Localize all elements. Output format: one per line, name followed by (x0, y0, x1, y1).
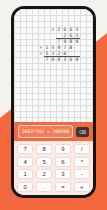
key-divide[interactable]: / (74, 144, 90, 154)
key-6[interactable]: 6 (55, 157, 71, 167)
key-1[interactable]: 1 (17, 169, 33, 179)
key-8[interactable]: 8 (36, 144, 52, 154)
key-4[interactable]: 4 (17, 157, 33, 167)
backspace-icon: ⌫ (79, 127, 86, 137)
key-minus[interactable]: - (74, 169, 90, 179)
key-decimal[interactable]: . (36, 182, 52, 192)
phone-frame: × 2 6 6 3 2 6 3 7 9 8 9 (11, 6, 96, 198)
key-3[interactable]: 3 (55, 169, 71, 179)
keypad: 7 8 9 / 4 5 6 * 1 2 3 - 0 . = + (14, 141, 93, 195)
grid-cell: 9 (74, 57, 80, 63)
backspace-button[interactable]: ⌫ (76, 127, 89, 137)
key-0[interactable]: 0 (17, 182, 33, 192)
key-plus[interactable]: + (74, 182, 90, 192)
key-equals[interactable]: = (55, 182, 71, 192)
key-9[interactable]: 9 (55, 144, 71, 154)
long-multiplication-worksheet: × 2 6 6 3 2 6 3 7 9 8 9 (38, 27, 80, 63)
key-7[interactable]: 7 (17, 144, 33, 154)
key-multiply[interactable]: * (74, 157, 90, 167)
expression-field[interactable]: 2663*263 = 700369 (18, 125, 73, 138)
expression-text: 2663*263 = 700369 (22, 129, 69, 134)
key-5[interactable]: 5 (36, 157, 52, 167)
graph-paper: × 2 6 6 3 2 6 3 7 9 8 9 (14, 9, 93, 122)
phone-screen: × 2 6 6 3 2 6 3 7 9 8 9 (14, 9, 93, 195)
input-bar: 2663*263 = 700369 ⌫ (14, 122, 93, 141)
key-2[interactable]: 2 (36, 169, 52, 179)
